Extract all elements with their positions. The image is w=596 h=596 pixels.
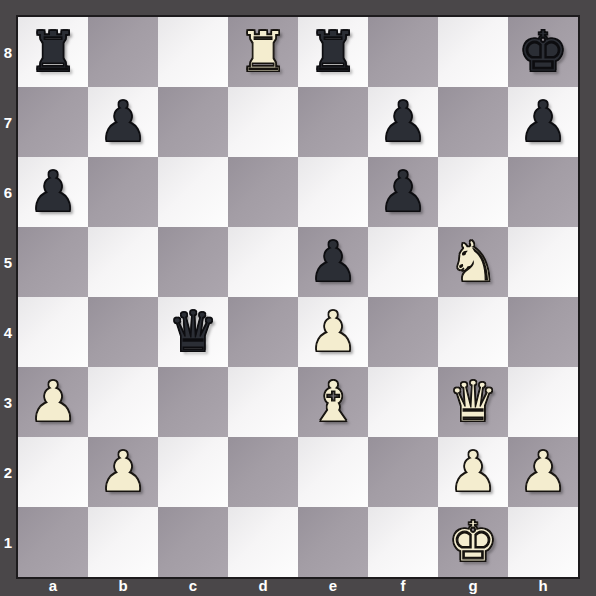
square-d3[interactable] [228,367,298,437]
square-a4[interactable] [18,297,88,367]
square-e2[interactable] [298,437,368,507]
rank-label-6: 6 [0,157,16,227]
rank-label-1: 1 [0,507,16,577]
square-h4[interactable] [508,297,578,367]
square-a7[interactable] [18,87,88,157]
square-g4[interactable] [438,297,508,367]
piece-white-king: ♚ [448,507,498,577]
file-label-e: e [298,577,368,596]
square-g1[interactable]: ♚ [438,507,508,577]
file-label-c: c [158,577,228,596]
square-f6[interactable]: ♟ [368,157,438,227]
piece-white-pawn: ♟ [28,367,78,437]
piece-black-king: ♚ [518,17,568,87]
square-d4[interactable] [228,297,298,367]
rank-label-3: 3 [0,367,16,437]
square-f2[interactable] [368,437,438,507]
square-e4[interactable]: ♟ [298,297,368,367]
board-frame: 87654321 ♜♜♜♚♟♟♟♟♟♟♞♛♟♟♝♛♟♟♟♚ abcdefgh [0,0,596,596]
square-b6[interactable] [88,157,158,227]
square-a8[interactable]: ♜ [18,17,88,87]
piece-white-pawn: ♟ [98,437,148,507]
rank-label-5: 5 [0,227,16,297]
piece-black-pawn: ♟ [28,157,78,227]
square-c7[interactable] [158,87,228,157]
piece-white-knight: ♞ [448,227,498,297]
square-b4[interactable] [88,297,158,367]
square-b5[interactable] [88,227,158,297]
square-e6[interactable] [298,157,368,227]
piece-white-rook: ♜ [238,17,288,87]
square-e5[interactable]: ♟ [298,227,368,297]
square-d8[interactable]: ♜ [228,17,298,87]
square-d7[interactable] [228,87,298,157]
rank-label-8: 8 [0,17,16,87]
square-c6[interactable] [158,157,228,227]
piece-white-pawn: ♟ [448,437,498,507]
square-g8[interactable] [438,17,508,87]
square-f1[interactable] [368,507,438,577]
piece-white-queen: ♛ [448,367,498,437]
piece-white-pawn: ♟ [518,437,568,507]
square-h3[interactable] [508,367,578,437]
file-label-g: g [438,577,508,596]
file-label-f: f [368,577,438,596]
piece-black-pawn: ♟ [308,227,358,297]
rank-label-2: 2 [0,437,16,507]
piece-black-rook: ♜ [28,17,78,87]
square-b8[interactable] [88,17,158,87]
square-e7[interactable] [298,87,368,157]
square-d1[interactable] [228,507,298,577]
square-f7[interactable]: ♟ [368,87,438,157]
file-label-b: b [88,577,158,596]
piece-black-pawn: ♟ [378,87,428,157]
piece-black-rook: ♜ [308,17,358,87]
square-a1[interactable] [18,507,88,577]
square-h1[interactable] [508,507,578,577]
square-b1[interactable] [88,507,158,577]
square-g7[interactable] [438,87,508,157]
rank-labels: 87654321 [0,17,16,577]
square-e3[interactable]: ♝ [298,367,368,437]
square-f3[interactable] [368,367,438,437]
piece-black-pawn: ♟ [378,157,428,227]
square-b2[interactable]: ♟ [88,437,158,507]
square-h6[interactable] [508,157,578,227]
square-d5[interactable] [228,227,298,297]
square-f4[interactable] [368,297,438,367]
rank-label-4: 4 [0,297,16,367]
file-label-h: h [508,577,578,596]
square-f8[interactable] [368,17,438,87]
square-a5[interactable] [18,227,88,297]
square-g5[interactable]: ♞ [438,227,508,297]
file-labels: abcdefgh [18,577,578,596]
square-e8[interactable]: ♜ [298,17,368,87]
piece-black-pawn: ♟ [98,87,148,157]
piece-white-bishop: ♝ [308,367,358,437]
square-c3[interactable] [158,367,228,437]
file-label-d: d [228,577,298,596]
square-h7[interactable]: ♟ [508,87,578,157]
square-c1[interactable] [158,507,228,577]
square-h2[interactable]: ♟ [508,437,578,507]
square-h8[interactable]: ♚ [508,17,578,87]
square-g3[interactable]: ♛ [438,367,508,437]
rank-label-7: 7 [0,87,16,157]
square-c8[interactable] [158,17,228,87]
square-a3[interactable]: ♟ [18,367,88,437]
square-d6[interactable] [228,157,298,227]
square-h5[interactable] [508,227,578,297]
square-g2[interactable]: ♟ [438,437,508,507]
square-c5[interactable] [158,227,228,297]
square-c2[interactable] [158,437,228,507]
piece-black-queen: ♛ [168,297,218,367]
square-b3[interactable] [88,367,158,437]
square-b7[interactable]: ♟ [88,87,158,157]
square-a6[interactable]: ♟ [18,157,88,227]
square-d2[interactable] [228,437,298,507]
square-g6[interactable] [438,157,508,227]
piece-white-pawn: ♟ [308,297,358,367]
chess-board: ♜♜♜♚♟♟♟♟♟♟♞♛♟♟♝♛♟♟♟♚ [18,17,578,577]
square-e1[interactable] [298,507,368,577]
file-label-a: a [18,577,88,596]
square-a2[interactable] [18,437,88,507]
square-f5[interactable] [368,227,438,297]
square-c4[interactable]: ♛ [158,297,228,367]
piece-black-pawn: ♟ [518,87,568,157]
